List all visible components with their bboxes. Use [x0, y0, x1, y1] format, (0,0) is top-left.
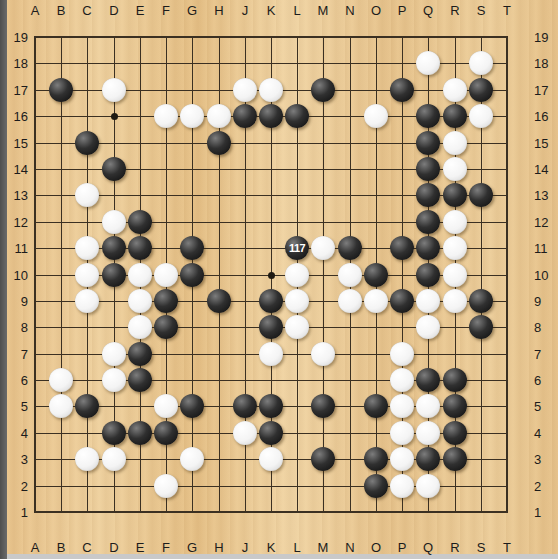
white-stone[interactable] — [390, 447, 414, 471]
black-stone[interactable] — [259, 315, 283, 339]
black-stone[interactable] — [443, 447, 467, 471]
move-117-stone[interactable]: 117 — [285, 236, 309, 260]
white-stone[interactable] — [102, 447, 126, 471]
black-stone[interactable] — [285, 104, 309, 128]
coord-label-top: M — [313, 3, 333, 18]
black-stone[interactable] — [416, 263, 440, 287]
white-stone[interactable] — [364, 104, 388, 128]
coord-label-right: 19 — [534, 30, 556, 45]
coord-label-bottom: O — [366, 540, 386, 555]
coord-label-bottom: N — [340, 540, 360, 555]
star-point — [111, 113, 118, 120]
black-stone[interactable] — [259, 289, 283, 313]
black-stone[interactable] — [390, 78, 414, 102]
black-stone[interactable] — [128, 210, 152, 234]
white-stone[interactable] — [154, 263, 178, 287]
white-stone[interactable] — [390, 394, 414, 418]
coord-label-bottom: K — [261, 540, 281, 555]
coord-label-right: 12 — [534, 215, 556, 230]
coord-label-right: 2 — [534, 479, 556, 494]
coord-label-left: 18 — [6, 56, 28, 71]
coord-label-top: G — [182, 3, 202, 18]
white-stone[interactable] — [416, 289, 440, 313]
coord-label-left: 3 — [6, 452, 28, 467]
white-stone[interactable] — [102, 78, 126, 102]
coord-label-top: C — [77, 3, 97, 18]
coord-label-top: T — [497, 3, 517, 18]
coord-label-bottom: H — [209, 540, 229, 555]
white-stone[interactable] — [75, 236, 99, 260]
white-stone[interactable] — [259, 342, 283, 366]
white-stone[interactable] — [75, 183, 99, 207]
black-stone[interactable] — [443, 394, 467, 418]
black-stone[interactable] — [469, 78, 493, 102]
coord-label-left: 9 — [6, 294, 28, 309]
white-stone[interactable] — [416, 474, 440, 498]
black-stone[interactable] — [259, 394, 283, 418]
white-stone[interactable] — [443, 78, 467, 102]
coord-label-left: 2 — [6, 479, 28, 494]
coord-label-right: 16 — [534, 109, 556, 124]
white-stone[interactable] — [390, 421, 414, 445]
white-stone[interactable] — [443, 157, 467, 181]
black-stone[interactable] — [154, 315, 178, 339]
coord-label-bottom: R — [445, 540, 465, 555]
black-stone[interactable] — [416, 368, 440, 392]
coord-label-top: K — [261, 3, 281, 18]
black-stone[interactable] — [416, 236, 440, 260]
coord-label-left: 13 — [6, 188, 28, 203]
black-stone[interactable] — [364, 474, 388, 498]
black-stone[interactable] — [364, 263, 388, 287]
black-stone[interactable] — [416, 447, 440, 471]
white-stone[interactable] — [233, 78, 257, 102]
coord-label-bottom: C — [77, 540, 97, 555]
coord-label-left: 10 — [6, 268, 28, 283]
coord-label-top: H — [209, 3, 229, 18]
black-stone[interactable] — [180, 236, 204, 260]
white-stone[interactable] — [390, 368, 414, 392]
white-stone[interactable] — [75, 447, 99, 471]
black-stone[interactable] — [207, 131, 231, 155]
grid-line-vertical — [506, 36, 508, 513]
white-stone[interactable] — [416, 51, 440, 75]
coord-label-right: 4 — [534, 426, 556, 441]
coord-label-bottom: Q — [418, 540, 438, 555]
black-stone[interactable] — [364, 394, 388, 418]
coord-label-right: 9 — [534, 294, 556, 309]
white-stone[interactable] — [364, 289, 388, 313]
coord-label-top: R — [445, 3, 465, 18]
black-stone[interactable] — [443, 421, 467, 445]
coord-label-right: 3 — [534, 452, 556, 467]
coord-label-left: 1 — [6, 505, 28, 520]
black-stone[interactable] — [311, 447, 335, 471]
white-stone[interactable] — [338, 289, 362, 313]
white-stone[interactable] — [102, 368, 126, 392]
white-stone[interactable] — [443, 263, 467, 287]
black-stone[interactable] — [416, 104, 440, 128]
coord-label-top: J — [235, 3, 255, 18]
black-stone[interactable] — [443, 183, 467, 207]
coord-label-top: L — [287, 3, 307, 18]
black-stone[interactable] — [180, 263, 204, 287]
white-stone[interactable] — [416, 315, 440, 339]
coord-label-bottom: L — [287, 540, 307, 555]
coord-label-bottom: B — [51, 540, 71, 555]
coord-label-left: 19 — [6, 30, 28, 45]
grid-line-horizontal — [34, 511, 508, 513]
coord-label-right: 14 — [534, 162, 556, 177]
coord-label-left: 11 — [6, 241, 28, 256]
coord-label-bottom: D — [104, 540, 124, 555]
coord-label-bottom: F — [156, 540, 176, 555]
black-stone[interactable] — [75, 394, 99, 418]
black-stone[interactable] — [364, 447, 388, 471]
white-stone[interactable] — [49, 394, 73, 418]
white-stone[interactable] — [443, 236, 467, 260]
black-stone[interactable] — [443, 104, 467, 128]
coord-label-bottom: P — [392, 540, 412, 555]
black-stone[interactable] — [311, 78, 335, 102]
white-stone[interactable] — [259, 78, 283, 102]
black-stone[interactable] — [416, 157, 440, 181]
star-point — [268, 272, 275, 279]
coord-label-top: D — [104, 3, 124, 18]
coord-label-top: S — [471, 3, 491, 18]
coord-label-left: 4 — [6, 426, 28, 441]
coord-label-right: 6 — [534, 373, 556, 388]
black-stone[interactable] — [207, 289, 231, 313]
black-stone[interactable] — [469, 289, 493, 313]
coord-label-left: 12 — [6, 215, 28, 230]
white-stone[interactable] — [443, 210, 467, 234]
coord-label-bottom: T — [497, 540, 517, 555]
white-stone[interactable] — [154, 394, 178, 418]
coord-label-top: Q — [418, 3, 438, 18]
coord-label-left: 15 — [6, 136, 28, 151]
black-stone[interactable] — [233, 394, 257, 418]
white-stone[interactable] — [233, 421, 257, 445]
coord-label-right: 17 — [534, 83, 556, 98]
white-stone[interactable] — [75, 263, 99, 287]
black-stone[interactable] — [180, 394, 204, 418]
white-stone[interactable] — [416, 394, 440, 418]
black-stone[interactable] — [469, 315, 493, 339]
coord-label-top: A — [25, 3, 45, 18]
coord-label-left: 14 — [6, 162, 28, 177]
coord-label-top: B — [51, 3, 71, 18]
black-stone[interactable] — [311, 394, 335, 418]
coord-label-top: F — [156, 3, 176, 18]
black-stone[interactable] — [416, 210, 440, 234]
coord-label-left: 8 — [6, 320, 28, 335]
white-stone[interactable] — [75, 289, 99, 313]
black-stone[interactable] — [128, 342, 152, 366]
coord-label-right: 13 — [534, 188, 556, 203]
coord-label-bottom: S — [471, 540, 491, 555]
coord-label-bottom: G — [182, 540, 202, 555]
white-stone[interactable] — [390, 342, 414, 366]
coord-label-left: 5 — [6, 399, 28, 414]
white-stone[interactable] — [285, 289, 309, 313]
white-stone[interactable] — [180, 447, 204, 471]
black-stone[interactable] — [128, 421, 152, 445]
black-stone[interactable] — [443, 368, 467, 392]
black-stone[interactable] — [338, 236, 362, 260]
white-stone[interactable] — [311, 342, 335, 366]
white-stone[interactable] — [128, 263, 152, 287]
coord-label-left: 17 — [6, 83, 28, 98]
white-stone[interactable] — [390, 474, 414, 498]
coord-label-right: 8 — [534, 320, 556, 335]
white-stone[interactable] — [128, 315, 152, 339]
white-stone[interactable] — [285, 315, 309, 339]
black-stone[interactable] — [49, 78, 73, 102]
black-stone[interactable] — [128, 236, 152, 260]
white-stone[interactable] — [311, 236, 335, 260]
white-stone[interactable] — [180, 104, 204, 128]
white-stone[interactable] — [102, 342, 126, 366]
coord-label-left: 6 — [6, 373, 28, 388]
go-board-screenshot: AABBCCDDEEFFGGHHJJKKLLMMNNOOPPQQRRSSTT19… — [0, 0, 558, 559]
white-stone[interactable] — [154, 474, 178, 498]
white-stone[interactable] — [443, 289, 467, 313]
black-stone[interactable] — [416, 131, 440, 155]
coord-label-bottom: E — [130, 540, 150, 555]
white-stone[interactable] — [207, 104, 231, 128]
coord-label-right: 7 — [534, 347, 556, 362]
black-stone[interactable] — [259, 104, 283, 128]
coord-label-right: 1 — [534, 505, 556, 520]
black-stone[interactable] — [233, 104, 257, 128]
white-stone[interactable] — [259, 447, 283, 471]
coord-label-bottom: A — [25, 540, 45, 555]
white-stone[interactable] — [469, 104, 493, 128]
black-stone[interactable] — [390, 289, 414, 313]
white-stone[interactable] — [154, 104, 178, 128]
coord-label-top: O — [366, 3, 386, 18]
black-stone[interactable] — [75, 131, 99, 155]
grid-line-vertical — [323, 36, 324, 513]
white-stone[interactable] — [443, 131, 467, 155]
white-stone[interactable] — [469, 51, 493, 75]
white-stone[interactable] — [285, 263, 309, 287]
coord-label-right: 10 — [534, 268, 556, 283]
coord-label-right: 18 — [534, 56, 556, 71]
coord-label-bottom: M — [313, 540, 333, 555]
black-stone[interactable] — [102, 421, 126, 445]
coord-label-top: P — [392, 3, 412, 18]
coord-label-left: 7 — [6, 347, 28, 362]
coord-label-left: 16 — [6, 109, 28, 124]
white-stone[interactable] — [128, 289, 152, 313]
black-stone[interactable] — [102, 157, 126, 181]
black-stone[interactable] — [416, 183, 440, 207]
move-number-label: 117 — [289, 242, 305, 254]
coord-label-top: E — [130, 3, 150, 18]
coord-label-right: 5 — [534, 399, 556, 414]
black-stone[interactable] — [102, 263, 126, 287]
white-stone[interactable] — [102, 210, 126, 234]
black-stone[interactable] — [154, 289, 178, 313]
black-stone[interactable] — [102, 236, 126, 260]
coord-label-right: 11 — [534, 241, 556, 256]
white-stone[interactable] — [49, 368, 73, 392]
go-board[interactable]: AABBCCDDEEFFGGHHJJKKLLMMNNOOPPQQRRSSTT19… — [0, 0, 558, 559]
black-stone[interactable] — [390, 236, 414, 260]
black-stone[interactable] — [259, 421, 283, 445]
black-stone[interactable] — [154, 421, 178, 445]
white-stone[interactable] — [338, 263, 362, 287]
coord-label-right: 15 — [534, 136, 556, 151]
coord-label-top: N — [340, 3, 360, 18]
coord-label-bottom: J — [235, 540, 255, 555]
white-stone[interactable] — [416, 421, 440, 445]
black-stone[interactable] — [128, 368, 152, 392]
black-stone[interactable] — [469, 183, 493, 207]
